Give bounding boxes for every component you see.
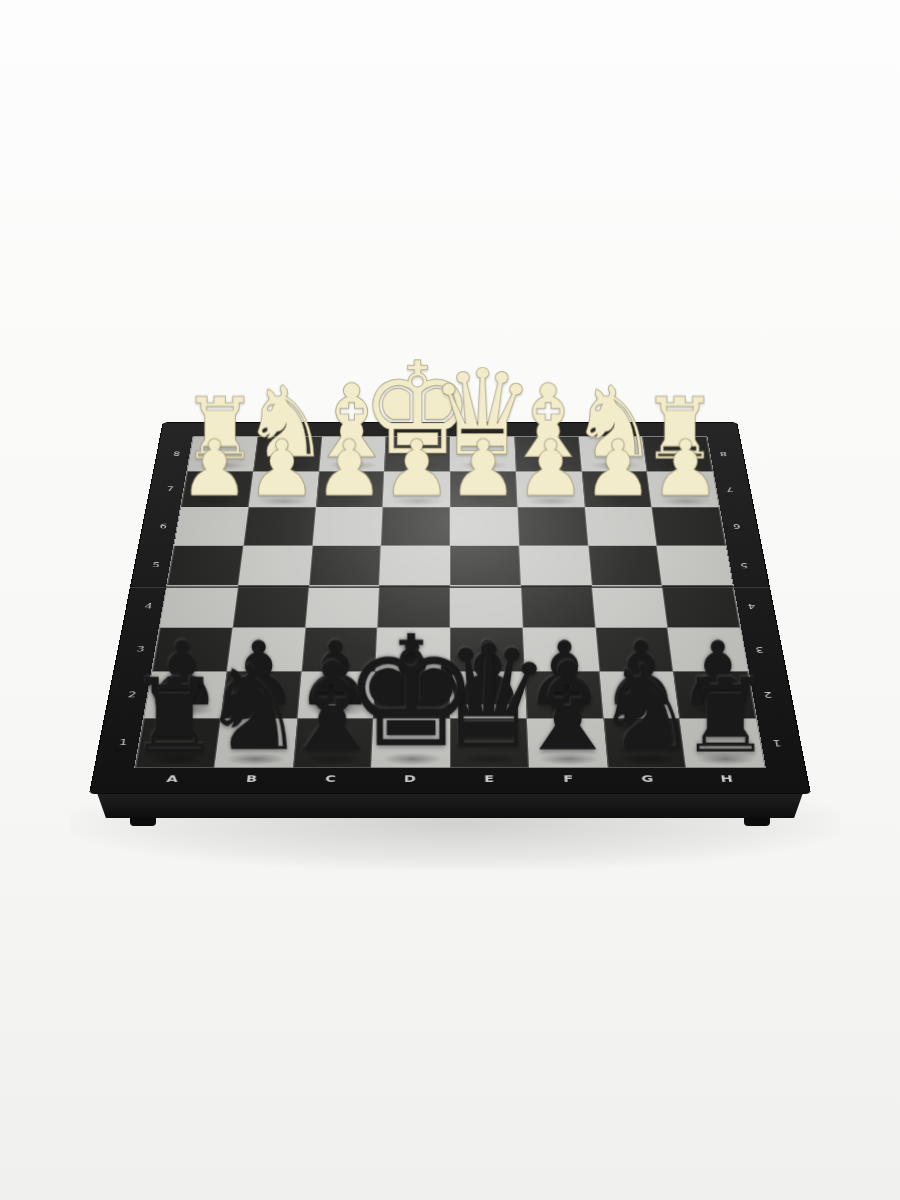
square-a7[interactable]: ♟ [181,471,253,507]
piece-white-pawn-g7[interactable]: ♟ [583,432,653,506]
piece-black-bishop-c1[interactable]: ♝ [277,649,387,765]
file-label-a: A [131,768,213,790]
board-grid: ♜♞♝♚♛♝♞♜♟♟♟♟♟♟♟♟♟♟♟♟♟♟♟♟♜♞♝♚♛♝♞♜ [135,437,764,768]
piece-white-pawn-d7[interactable]: ♟ [382,432,452,506]
rank-label-right-6: 6 [719,507,755,545]
square-g4[interactable] [591,585,667,627]
square-h5[interactable] [657,545,733,585]
square-c1[interactable]: ♝ [293,718,374,767]
file-label-h: H [686,768,768,790]
square-c6[interactable] [312,507,383,545]
square-d6[interactable] [381,507,450,545]
board-frame: 87654321 ♜♞♝♚♛♝♞♜♟♟♟♟♟♟♟♟♟♟♟♟♟♟♟♟♜♞♝♚♛♝♞… [89,422,811,794]
square-b5[interactable] [238,545,312,585]
square-f6[interactable] [517,507,588,545]
square-d5[interactable] [379,545,450,585]
square-f7[interactable]: ♟ [516,471,585,507]
square-g5[interactable] [588,545,662,585]
product-photo-background: 87654321 ♜♞♝♚♛♝♞♜♟♟♟♟♟♟♟♟♟♟♟♟♟♟♟♟♜♞♝♚♛♝♞… [0,0,900,1200]
file-label-d: D [370,768,450,790]
file-label-c: C [291,768,372,790]
square-h1[interactable]: ♜ [680,718,765,767]
square-b6[interactable] [243,507,315,545]
square-g6[interactable] [585,507,657,545]
square-h6[interactable] [652,507,726,545]
piece-white-pawn-b7[interactable]: ♟ [247,432,317,506]
board-case-side [96,790,804,818]
rank-label-right-5: 5 [726,545,763,585]
square-e6[interactable] [450,507,519,545]
rank-label-right-7: 7 [713,471,748,507]
square-c5[interactable] [309,545,381,585]
square-a4[interactable] [160,585,238,627]
square-e7[interactable]: ♟ [450,471,517,507]
square-f5[interactable] [519,545,591,585]
square-f1[interactable]: ♝ [527,718,608,767]
chess-board: 87654321 ♜♞♝♚♛♝♞♜♟♟♟♟♟♟♟♟♟♟♟♟♟♟♟♟♜♞♝♚♛♝♞… [89,422,811,794]
piece-white-pawn-c7[interactable]: ♟ [314,432,384,506]
square-b4[interactable] [232,585,308,627]
piece-white-pawn-f7[interactable]: ♟ [516,432,586,506]
square-c7[interactable]: ♟ [315,471,384,507]
board-foot-right [744,817,770,826]
piece-black-rook-h1[interactable]: ♜ [679,668,771,765]
square-d7[interactable]: ♟ [383,471,450,507]
file-label-b: B [211,768,293,790]
square-h7[interactable]: ♟ [647,471,719,507]
file-label-g: G [607,768,689,790]
piece-white-pawn-e7[interactable]: ♟ [449,432,519,506]
piece-black-bishop-f1[interactable]: ♝ [513,649,623,765]
scene: 87654321 ♜♞♝♚♛♝♞♜♟♟♟♟♟♟♟♟♟♟♟♟♟♟♟♟♜♞♝♚♛♝♞… [130,402,770,772]
rank-label-right-8: 8 [707,437,741,472]
square-a5[interactable] [167,545,243,585]
square-a6[interactable] [174,507,248,545]
piece-white-pawn-a7[interactable]: ♟ [180,432,250,506]
square-b7[interactable]: ♟ [248,471,318,507]
piece-black-rook-a1[interactable]: ♜ [129,668,221,765]
square-g7[interactable]: ♟ [581,471,651,507]
file-label-e: E [450,768,530,790]
file-label-f: F [529,768,610,790]
square-e5[interactable] [450,545,521,585]
square-a1[interactable]: ♜ [135,718,220,767]
file-labels-bottom: ABCDEFGH [131,768,768,790]
board-foot-left [130,817,156,826]
square-h4[interactable] [662,585,740,627]
